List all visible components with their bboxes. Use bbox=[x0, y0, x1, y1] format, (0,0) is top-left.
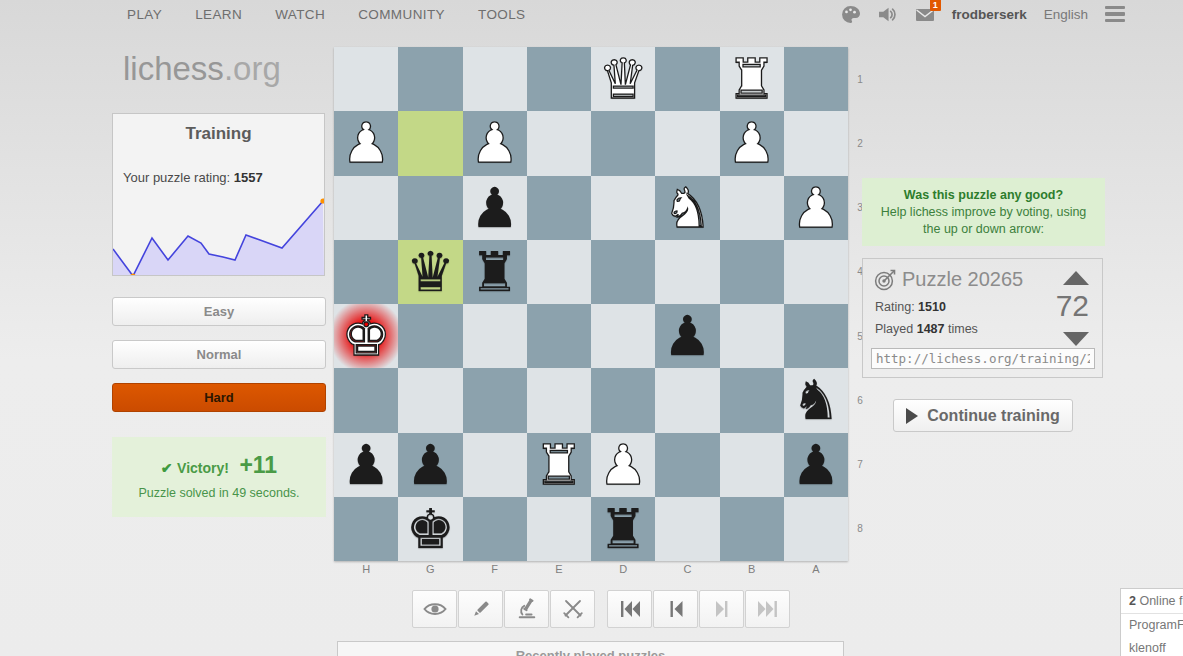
square-d3[interactable] bbox=[591, 176, 655, 240]
square-e6[interactable] bbox=[527, 368, 591, 432]
file-label-f: F bbox=[463, 563, 527, 575]
square-e5[interactable] bbox=[527, 304, 591, 368]
square-f1[interactable] bbox=[463, 47, 527, 111]
vote-count: 72 bbox=[1056, 289, 1089, 323]
puzzle-target-icon bbox=[874, 269, 896, 291]
square-b1[interactable]: ♜ bbox=[720, 47, 784, 111]
square-h7[interactable]: ♟ bbox=[334, 433, 398, 497]
square-f8[interactable] bbox=[463, 497, 527, 561]
square-b7[interactable] bbox=[720, 433, 784, 497]
square-d1[interactable]: ♛ bbox=[591, 47, 655, 111]
piece-white-pawn-d7[interactable]: ♟ bbox=[591, 433, 655, 497]
square-d4[interactable] bbox=[591, 240, 655, 304]
square-d2[interactable] bbox=[591, 111, 655, 175]
piece-black-rook-f4[interactable]: ♜ bbox=[463, 240, 527, 304]
rating-sparkline-chart bbox=[113, 197, 324, 275]
square-b2[interactable]: ♟ bbox=[720, 111, 784, 175]
square-c7[interactable] bbox=[655, 433, 719, 497]
nav-community[interactable]: COMMUNITY bbox=[358, 7, 445, 22]
square-f2[interactable]: ♟ bbox=[463, 111, 527, 175]
vote-prompt-body: Help lichess improve by voting, using th… bbox=[881, 205, 1087, 236]
square-h2[interactable]: ♟ bbox=[334, 111, 398, 175]
rank-label-7: 7 bbox=[852, 433, 868, 497]
rank-label-2: 2 bbox=[852, 111, 868, 175]
step-forward-icon bbox=[710, 597, 734, 621]
square-a6[interactable]: ♞ bbox=[784, 368, 848, 432]
continue-training-button[interactable]: Continue training bbox=[893, 399, 1073, 432]
square-g2[interactable] bbox=[398, 111, 462, 175]
piece-black-king-g8[interactable]: ♚ bbox=[398, 497, 462, 561]
piece-white-pawn-a3[interactable]: ♟ bbox=[784, 176, 848, 240]
piece-black-knight-a6[interactable]: ♞ bbox=[784, 368, 848, 432]
piece-black-rook-d8[interactable]: ♜ bbox=[591, 497, 655, 561]
puzzle-title: Puzzle 20265 bbox=[902, 268, 1023, 291]
square-c4[interactable] bbox=[655, 240, 719, 304]
online-friends-panel: 2 Online friends ProgramFC klenoff bbox=[1120, 588, 1183, 656]
piece-white-rook-b1[interactable]: ♜ bbox=[720, 47, 784, 111]
puzzle-rating-row: Rating: 1510 bbox=[875, 300, 946, 314]
puzzle-played-row: Played 1487 times bbox=[875, 322, 978, 336]
play-opponent-button[interactable] bbox=[550, 590, 595, 628]
square-f6[interactable] bbox=[463, 368, 527, 432]
play-triangle-icon bbox=[906, 408, 918, 424]
nav-previous-move-button[interactable] bbox=[653, 590, 698, 628]
square-c5[interactable]: ♟ bbox=[655, 304, 719, 368]
square-g1[interactable] bbox=[398, 47, 462, 111]
piece-white-pawn-f2[interactable]: ♟ bbox=[463, 111, 527, 175]
square-d7[interactable]: ♟ bbox=[591, 433, 655, 497]
file-label-c: C bbox=[655, 563, 719, 575]
nav-tools[interactable]: TOOLS bbox=[478, 7, 526, 22]
square-e2[interactable] bbox=[527, 111, 591, 175]
nav-links: PLAY LEARN WATCH COMMUNITY TOOLS bbox=[127, 7, 559, 22]
puzzle-rating-line: Your puzzle rating: 1557 bbox=[123, 170, 324, 185]
square-h8[interactable] bbox=[334, 497, 398, 561]
view-solution-button[interactable] bbox=[412, 590, 457, 628]
square-g8[interactable]: ♚ bbox=[398, 497, 462, 561]
square-h4[interactable] bbox=[334, 240, 398, 304]
vote-prompt-title: Was this puzzle any good? bbox=[904, 188, 1063, 202]
username-menu[interactable]: frodberserk bbox=[952, 7, 1027, 22]
check-mark-icon: ✔ bbox=[161, 460, 173, 476]
square-f5[interactable] bbox=[463, 304, 527, 368]
piece-black-queen-g4[interactable]: ♛ bbox=[398, 240, 462, 304]
square-h5[interactable]: ♚ bbox=[334, 304, 398, 368]
theme-palette-icon[interactable] bbox=[841, 4, 861, 24]
square-c3[interactable]: ♞ bbox=[655, 176, 719, 240]
piece-white-queen-d1[interactable]: ♛ bbox=[591, 47, 655, 111]
step-back-icon bbox=[664, 597, 688, 621]
file-label-g: G bbox=[398, 563, 462, 575]
square-g5[interactable] bbox=[398, 304, 462, 368]
nav-watch[interactable]: WATCH bbox=[275, 7, 325, 22]
mail-notification-badge: 1 bbox=[930, 0, 941, 11]
rank-label-1: 1 bbox=[852, 47, 868, 111]
square-h1[interactable] bbox=[334, 47, 398, 111]
analyse-button[interactable] bbox=[504, 590, 549, 628]
eye-icon bbox=[423, 597, 447, 621]
vote-prompt-box: Was this puzzle any good? Help lichess i… bbox=[862, 178, 1105, 246]
square-c1[interactable] bbox=[655, 47, 719, 111]
victory-box: ✔ Victory! +11 Puzzle solved in 49 secon… bbox=[112, 437, 326, 517]
square-a5[interactable] bbox=[784, 304, 848, 368]
online-friend[interactable]: ProgramFC bbox=[1121, 614, 1183, 637]
square-f7[interactable] bbox=[463, 433, 527, 497]
piece-black-pawn-a7[interactable]: ♟ bbox=[784, 433, 848, 497]
square-a2[interactable] bbox=[784, 111, 848, 175]
piece-black-pawn-g7[interactable]: ♟ bbox=[398, 433, 462, 497]
nav-last-move-button[interactable] bbox=[745, 590, 790, 628]
square-h3[interactable] bbox=[334, 176, 398, 240]
rank-label-8: 8 bbox=[852, 497, 868, 561]
square-g4[interactable]: ♛ bbox=[398, 240, 462, 304]
crossed-swords-icon bbox=[561, 597, 585, 621]
square-g3[interactable] bbox=[398, 176, 462, 240]
lichess-training-page: PLAY LEARN WATCH COMMUNITY TOOLS bbox=[0, 0, 1183, 656]
nav-play[interactable]: PLAY bbox=[127, 7, 162, 22]
square-d8[interactable]: ♜ bbox=[591, 497, 655, 561]
square-d5[interactable] bbox=[591, 304, 655, 368]
messages-mail-icon[interactable]: 1 bbox=[915, 4, 935, 24]
square-f4[interactable]: ♜ bbox=[463, 240, 527, 304]
top-nav: PLAY LEARN WATCH COMMUNITY TOOLS bbox=[0, 0, 1183, 28]
file-label-e: E bbox=[527, 563, 591, 575]
square-b3[interactable] bbox=[720, 176, 784, 240]
difficulty-easy-button[interactable]: Easy bbox=[112, 297, 326, 326]
square-b5[interactable] bbox=[720, 304, 784, 368]
nav-first-move-button[interactable] bbox=[607, 590, 652, 628]
square-e3[interactable] bbox=[527, 176, 591, 240]
file-label-h: H bbox=[334, 563, 398, 575]
piece-black-pawn-h7[interactable]: ♟ bbox=[334, 433, 398, 497]
piece-white-pawn-b2[interactable]: ♟ bbox=[720, 111, 784, 175]
file-labels: HGFEDCBA bbox=[334, 563, 848, 575]
nav-learn[interactable]: LEARN bbox=[195, 7, 242, 22]
training-title: Training bbox=[113, 124, 324, 144]
difficulty-normal-button[interactable]: Normal bbox=[112, 340, 326, 369]
file-label-b: B bbox=[720, 563, 784, 575]
skip-to-start-icon bbox=[618, 597, 642, 621]
square-a1[interactable] bbox=[784, 47, 848, 111]
puzzle-rating-value: 1557 bbox=[234, 170, 263, 185]
vote-up-arrow[interactable] bbox=[1063, 271, 1089, 285]
square-e4[interactable] bbox=[527, 240, 591, 304]
square-c2[interactable] bbox=[655, 111, 719, 175]
board-area: ♛♜♟♟♟♟♞♟♛♜♚♟♞♟♟♜♟♟♚♜ 12345678 HGFEDCBA bbox=[334, 47, 848, 561]
victory-label: Victory! bbox=[177, 460, 229, 476]
square-e7[interactable]: ♜ bbox=[527, 433, 591, 497]
square-a3[interactable]: ♟ bbox=[784, 176, 848, 240]
microscope-icon bbox=[516, 598, 538, 620]
difficulty-hard-button[interactable]: Hard bbox=[112, 383, 326, 412]
square-g7[interactable]: ♟ bbox=[398, 433, 462, 497]
square-d6[interactable] bbox=[591, 368, 655, 432]
training-box: Training Your puzzle rating: 1557 bbox=[112, 113, 325, 276]
square-a7[interactable]: ♟ bbox=[784, 433, 848, 497]
rating-delta: +11 bbox=[239, 452, 277, 478]
recently-played-header[interactable]: Recently played puzzles bbox=[337, 641, 844, 656]
piece-white-knight-c3[interactable]: ♞ bbox=[655, 176, 719, 240]
online-friend[interactable]: klenoff bbox=[1121, 637, 1183, 656]
square-b8[interactable] bbox=[720, 497, 784, 561]
puzzle-url-input[interactable] bbox=[871, 348, 1095, 369]
piece-black-pawn-f3[interactable]: ♟ bbox=[463, 176, 527, 240]
online-friends-header: 2 Online friends bbox=[1121, 589, 1183, 614]
sound-icon[interactable] bbox=[878, 4, 898, 24]
lichess-logo[interactable]: lichess.org bbox=[123, 50, 281, 88]
chess-board[interactable]: ♛♜♟♟♟♟♞♟♛♜♚♟♞♟♟♜♟♟♚♜ bbox=[334, 47, 848, 561]
file-label-d: D bbox=[591, 563, 655, 575]
square-f3[interactable]: ♟ bbox=[463, 176, 527, 240]
edit-comment-button[interactable] bbox=[458, 590, 503, 628]
nav-right-cluster: 1 frodberserk English bbox=[841, 0, 1125, 28]
square-e1[interactable] bbox=[527, 47, 591, 111]
pencil-icon bbox=[470, 598, 492, 620]
square-b6[interactable] bbox=[720, 368, 784, 432]
square-a8[interactable] bbox=[784, 497, 848, 561]
piece-black-pawn-c5[interactable]: ♟ bbox=[655, 304, 719, 368]
square-c6[interactable] bbox=[655, 368, 719, 432]
square-b4[interactable] bbox=[720, 240, 784, 304]
square-e8[interactable] bbox=[527, 497, 591, 561]
hamburger-menu-icon[interactable] bbox=[1105, 6, 1125, 23]
skip-to-end-icon bbox=[756, 597, 780, 621]
nav-next-move-button[interactable] bbox=[699, 590, 744, 628]
square-h6[interactable] bbox=[334, 368, 398, 432]
victory-subtitle: Puzzle solved in 49 seconds. bbox=[112, 486, 326, 500]
file-label-a: A bbox=[784, 563, 848, 575]
piece-white-pawn-h2[interactable]: ♟ bbox=[334, 111, 398, 175]
square-g6[interactable] bbox=[398, 368, 462, 432]
language-selector[interactable]: English bbox=[1044, 7, 1088, 22]
piece-white-king-h5[interactable]: ♚ bbox=[334, 304, 398, 368]
square-c8[interactable] bbox=[655, 497, 719, 561]
puzzle-info-box: Puzzle 20265 72 Rating: 1510 Played 1487… bbox=[862, 258, 1103, 378]
piece-white-rook-e7[interactable]: ♜ bbox=[527, 433, 591, 497]
square-a4[interactable] bbox=[784, 240, 848, 304]
vote-down-arrow[interactable] bbox=[1063, 332, 1089, 346]
